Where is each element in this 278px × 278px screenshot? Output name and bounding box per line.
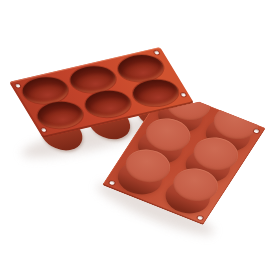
product-photo-silicone-mold bbox=[0, 0, 278, 278]
